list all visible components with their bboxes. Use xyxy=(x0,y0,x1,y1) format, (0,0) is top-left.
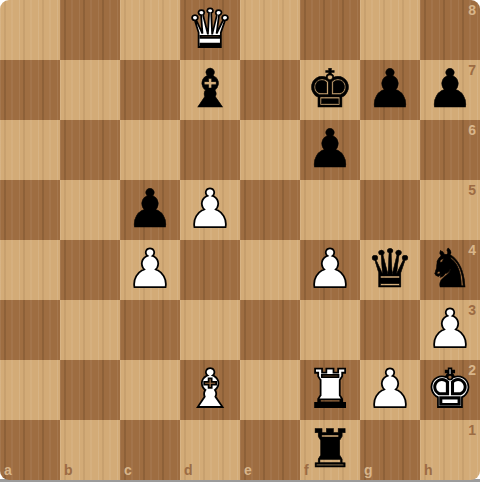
square-b2[interactable] xyxy=(60,360,120,420)
file-label-h: h xyxy=(424,463,433,477)
rank-label-6: 6 xyxy=(468,123,476,137)
square-f2[interactable]: ♜ xyxy=(300,360,360,420)
square-d7[interactable]: ♝ xyxy=(180,60,240,120)
square-g1[interactable]: g xyxy=(360,420,420,480)
black-king-f7[interactable]: ♚ xyxy=(300,58,360,118)
file-label-c: c xyxy=(124,463,132,477)
square-g2[interactable]: ♟ xyxy=(360,360,420,420)
square-f1[interactable]: f♜ xyxy=(300,420,360,480)
black-knight-h4[interactable]: ♞ xyxy=(420,238,480,298)
square-f5[interactable] xyxy=(300,180,360,240)
white-rook-f2[interactable]: ♜ xyxy=(300,358,360,418)
square-b6[interactable] xyxy=(60,120,120,180)
file-label-d: d xyxy=(184,463,193,477)
square-h6[interactable]: 6 xyxy=(420,120,480,180)
square-c8[interactable] xyxy=(120,0,180,60)
square-e7[interactable] xyxy=(240,60,300,120)
square-b7[interactable] xyxy=(60,60,120,120)
square-d5[interactable]: ♟ xyxy=(180,180,240,240)
white-pawn-g2[interactable]: ♟ xyxy=(360,358,420,418)
black-bishop-d7[interactable]: ♝ xyxy=(180,58,240,118)
square-a5[interactable] xyxy=(0,180,60,240)
square-f4[interactable]: ♟ xyxy=(300,240,360,300)
square-h7[interactable]: 7♟ xyxy=(420,60,480,120)
square-g6[interactable] xyxy=(360,120,420,180)
square-b3[interactable] xyxy=(60,300,120,360)
square-a1[interactable]: a xyxy=(0,420,60,480)
square-c7[interactable] xyxy=(120,60,180,120)
square-f7[interactable]: ♚ xyxy=(300,60,360,120)
square-g5[interactable] xyxy=(360,180,420,240)
square-h3[interactable]: 3♟ xyxy=(420,300,480,360)
file-label-b: b xyxy=(64,463,73,477)
square-a3[interactable] xyxy=(0,300,60,360)
square-c5[interactable]: ♟ xyxy=(120,180,180,240)
black-pawn-g7[interactable]: ♟ xyxy=(360,58,420,118)
square-g3[interactable] xyxy=(360,300,420,360)
square-d4[interactable] xyxy=(180,240,240,300)
square-a7[interactable] xyxy=(0,60,60,120)
black-pawn-c5[interactable]: ♟ xyxy=(120,178,180,238)
black-queen-g4[interactable]: ♛ xyxy=(360,238,420,298)
square-c3[interactable] xyxy=(120,300,180,360)
square-g4[interactable]: ♛ xyxy=(360,240,420,300)
square-h4[interactable]: 4♞ xyxy=(420,240,480,300)
square-f8[interactable] xyxy=(300,0,360,60)
square-h5[interactable]: 5 xyxy=(420,180,480,240)
square-e5[interactable] xyxy=(240,180,300,240)
rank-label-1: 1 xyxy=(468,423,476,437)
square-e6[interactable] xyxy=(240,120,300,180)
square-d1[interactable]: d xyxy=(180,420,240,480)
file-label-a: a xyxy=(4,463,12,477)
rank-label-8: 8 xyxy=(468,3,476,17)
white-pawn-c4[interactable]: ♟ xyxy=(120,238,180,298)
square-d3[interactable] xyxy=(180,300,240,360)
square-f6[interactable]: ♟ xyxy=(300,120,360,180)
file-label-g: g xyxy=(364,463,373,477)
chess-board-container: ♛8♝♚♟7♟♟6♟♟5♟♟♛4♞3♟♝♜♟2♚abcdef♜g1h xyxy=(0,0,480,482)
white-bishop-d2[interactable]: ♝ xyxy=(180,358,240,418)
square-d6[interactable] xyxy=(180,120,240,180)
square-e1[interactable]: e xyxy=(240,420,300,480)
black-pawn-f6[interactable]: ♟ xyxy=(300,118,360,178)
square-e4[interactable] xyxy=(240,240,300,300)
square-d2[interactable]: ♝ xyxy=(180,360,240,420)
square-a2[interactable] xyxy=(0,360,60,420)
square-a8[interactable] xyxy=(0,0,60,60)
square-g8[interactable] xyxy=(360,0,420,60)
black-rook-f1[interactable]: ♜ xyxy=(300,418,360,478)
white-queen-d8[interactable]: ♛ xyxy=(180,0,240,58)
square-c4[interactable]: ♟ xyxy=(120,240,180,300)
file-label-e: e xyxy=(244,463,252,477)
square-c6[interactable] xyxy=(120,120,180,180)
chess-board: ♛8♝♚♟7♟♟6♟♟5♟♟♛4♞3♟♝♜♟2♚abcdef♜g1h xyxy=(0,0,480,480)
square-b8[interactable] xyxy=(60,0,120,60)
square-e8[interactable] xyxy=(240,0,300,60)
square-f3[interactable] xyxy=(300,300,360,360)
rank-label-5: 5 xyxy=(468,183,476,197)
square-e2[interactable] xyxy=(240,360,300,420)
white-pawn-h3[interactable]: ♟ xyxy=(420,298,480,358)
square-a4[interactable] xyxy=(0,240,60,300)
square-g7[interactable]: ♟ xyxy=(360,60,420,120)
square-c2[interactable] xyxy=(120,360,180,420)
square-a6[interactable] xyxy=(0,120,60,180)
square-h1[interactable]: 1h xyxy=(420,420,480,480)
square-h8[interactable]: 8 xyxy=(420,0,480,60)
white-pawn-d5[interactable]: ♟ xyxy=(180,178,240,238)
square-b4[interactable] xyxy=(60,240,120,300)
white-king-h2[interactable]: ♚ xyxy=(420,358,480,418)
black-pawn-h7[interactable]: ♟ xyxy=(420,58,480,118)
white-pawn-f4[interactable]: ♟ xyxy=(300,238,360,298)
square-e3[interactable] xyxy=(240,300,300,360)
square-h2[interactable]: 2♚ xyxy=(420,360,480,420)
square-c1[interactable]: c xyxy=(120,420,180,480)
square-b1[interactable]: b xyxy=(60,420,120,480)
square-b5[interactable] xyxy=(60,180,120,240)
square-d8[interactable]: ♛ xyxy=(180,0,240,60)
